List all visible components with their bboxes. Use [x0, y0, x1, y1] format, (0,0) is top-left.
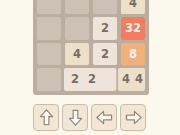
tile-2: 2 — [93, 17, 117, 40]
tile-32: 32 — [121, 17, 145, 40]
tile-2-2: 22 — [64, 68, 116, 91]
direction-controls — [33, 104, 146, 131]
empty-cell — [65, 0, 89, 14]
tile-digit: 4 — [122, 72, 130, 86]
tile-8: 8 — [121, 43, 145, 66]
tile-digit: 2 — [71, 72, 79, 86]
empty-cell — [37, 17, 61, 40]
tile-digit: 4 — [135, 72, 143, 86]
empty-cell — [65, 17, 89, 40]
move-left-button[interactable] — [91, 104, 117, 131]
move-right-button[interactable] — [120, 104, 146, 131]
tile-4: 4 — [121, 0, 145, 14]
arrow-down-icon — [67, 109, 84, 126]
arrow-right-icon — [125, 109, 142, 126]
tile-4-4: 44 — [118, 68, 145, 91]
arrow-up-icon — [38, 109, 55, 126]
game-screen: 42324282244 — [0, 0, 180, 135]
empty-cell — [37, 43, 61, 66]
tile-digit: 2 — [88, 72, 96, 86]
arrow-left-icon — [96, 109, 113, 126]
empty-cell — [37, 68, 61, 91]
move-down-button[interactable] — [62, 104, 88, 131]
game-board: 42324282244 — [33, 0, 149, 95]
empty-cell — [37, 0, 61, 14]
empty-cell — [93, 0, 117, 14]
tile-4: 4 — [65, 43, 89, 66]
move-up-button[interactable] — [33, 104, 59, 131]
tile-2: 2 — [93, 43, 117, 66]
